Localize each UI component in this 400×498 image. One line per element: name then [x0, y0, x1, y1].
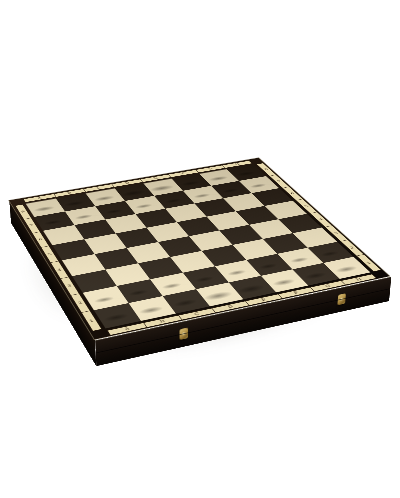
brass-clasp-icon [179, 327, 188, 340]
rook-glyph: ♜ [85, 248, 150, 321]
chess-board: ABCDEFGH ABCDEFGH 87654321 87654321 ♜♞♝♛… [8, 158, 390, 340]
product-photo: ABCDEFGH ABCDEFGH 87654321 87654321 ♜♞♝♛… [0, 0, 400, 498]
brass-clasp-icon [337, 293, 346, 305]
pawn-glyph: ♟ [33, 176, 76, 224]
